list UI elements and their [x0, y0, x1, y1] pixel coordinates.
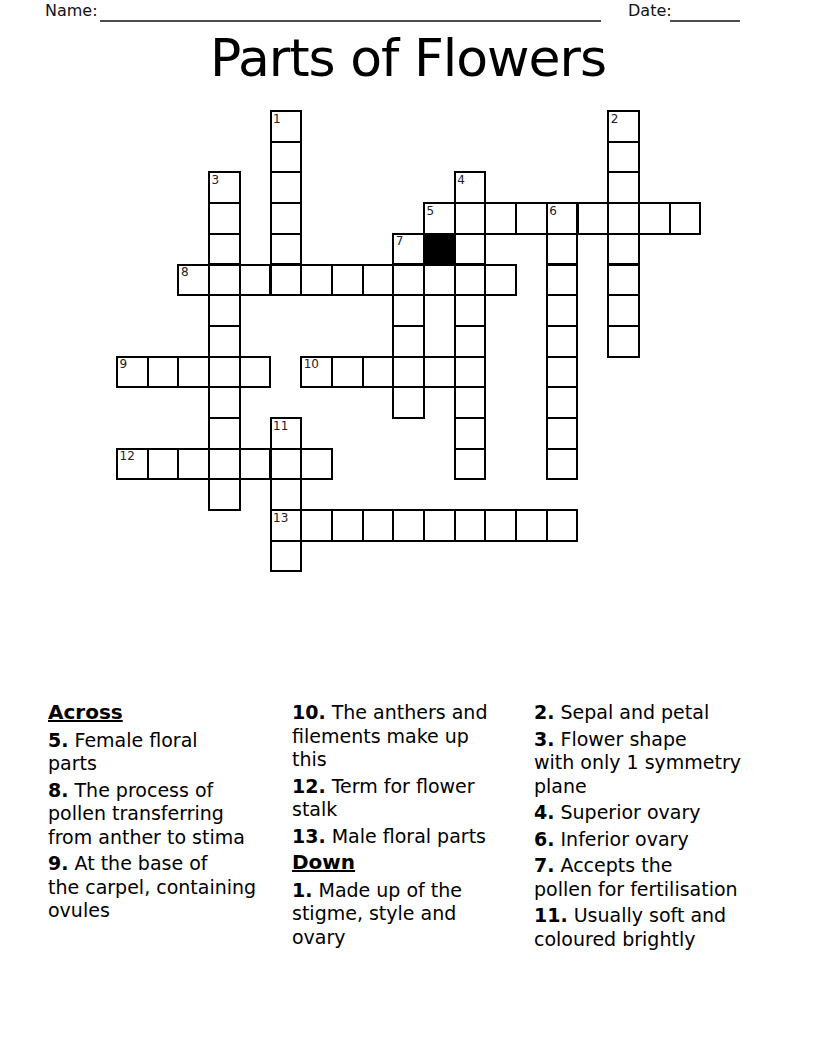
- grid-cell[interactable]: [147, 356, 180, 389]
- grid-cell[interactable]: [423, 264, 456, 297]
- clue-text-line: 6. Inferior ovary: [534, 828, 786, 852]
- date-writein-line[interactable]: [670, 0, 740, 22]
- clue-text-line: the carpel, containing: [48, 876, 300, 900]
- grid-cell[interactable]: [454, 325, 487, 358]
- clue-number-label: 9.: [48, 852, 68, 874]
- grid-cell[interactable]: [300, 356, 333, 389]
- grid-cell[interactable]: [392, 356, 425, 389]
- clue-number-label: 2.: [534, 701, 554, 723]
- grid-cell[interactable]: [270, 110, 303, 143]
- grid-cell[interactable]: [546, 448, 579, 481]
- clue-text-line: 10. The anthers and: [292, 701, 544, 725]
- clue-text-line: ovary: [292, 926, 544, 950]
- grid-cell[interactable]: [423, 509, 456, 542]
- clues-column-left: Across5. Female floralparts8. The proces…: [48, 701, 300, 926]
- grid-cell[interactable]: [577, 202, 610, 235]
- grid-cell[interactable]: [270, 202, 303, 235]
- grid-cell[interactable]: [239, 448, 272, 481]
- grid-cell[interactable]: [454, 171, 487, 204]
- clue-text-line: pollen transferring: [48, 802, 300, 826]
- grid-cell[interactable]: [270, 264, 303, 297]
- clue-number-label: 8.: [48, 779, 68, 801]
- grid-cell[interactable]: [546, 509, 579, 542]
- grid-cell[interactable]: [546, 356, 579, 389]
- grid-cell[interactable]: [208, 448, 241, 481]
- clue-text-line: 1. Made up of the: [292, 879, 544, 903]
- grid-cell[interactable]: [546, 417, 579, 450]
- grid-cell[interactable]: [454, 294, 487, 327]
- grid-cell[interactable]: [331, 509, 364, 542]
- grid-cell[interactable]: [423, 202, 456, 235]
- grid-cell[interactable]: [546, 202, 579, 235]
- clue-9: 9. At the base ofthe carpel, containingo…: [48, 852, 300, 923]
- clue-text-line: parts: [48, 752, 300, 776]
- grid-cell[interactable]: [208, 264, 241, 297]
- clue-5: 5. Female floralparts: [48, 729, 300, 776]
- grid-cell[interactable]: [116, 356, 149, 389]
- clue-3: 3. Flower shapewith only 1 symmetryplane: [534, 728, 786, 799]
- clue-text-line: 5. Female floral: [48, 729, 300, 753]
- grid-cell[interactable]: [392, 264, 425, 297]
- clue-text-line: 13. Male floral parts: [292, 825, 544, 849]
- grid-cell[interactable]: [607, 141, 640, 174]
- clues-column-middle: 10. The anthers andfilements make upthis…: [292, 701, 544, 952]
- grid-cell[interactable]: [208, 386, 241, 419]
- clue-11: 11. Usually soft andcoloured brightly: [534, 904, 786, 951]
- clue-2: 2. Sepal and petal: [534, 701, 786, 725]
- grid-cell[interactable]: [484, 509, 517, 542]
- grid-cell[interactable]: [515, 509, 548, 542]
- grid-cell[interactable]: [607, 171, 640, 204]
- grid-cell[interactable]: [392, 325, 425, 358]
- grid-cell[interactable]: [270, 171, 303, 204]
- grid-cell[interactable]: [546, 386, 579, 419]
- clue-text-line: 3. Flower shape: [534, 728, 786, 752]
- grid-cell[interactable]: [484, 264, 517, 297]
- clue-text-line: 4. Superior ovary: [534, 801, 786, 825]
- clue-text-line: 9. At the base of: [48, 852, 300, 876]
- grid-cell[interactable]: [454, 233, 487, 266]
- grid-cell[interactable]: [239, 356, 272, 389]
- grid-cell[interactable]: [208, 233, 241, 266]
- clue-text-line: 7. Accepts the: [534, 854, 786, 878]
- grid-cell[interactable]: [270, 233, 303, 266]
- grid-cell[interactable]: [392, 509, 425, 542]
- grid-cell[interactable]: [423, 356, 456, 389]
- grid-cell[interactable]: [300, 448, 333, 481]
- clue-number-label: 11.: [534, 904, 568, 926]
- grid-cell[interactable]: [177, 448, 210, 481]
- grid-cell[interactable]: [300, 264, 333, 297]
- grid-cell[interactable]: [454, 509, 487, 542]
- clue-number-label: 13.: [292, 825, 326, 847]
- clue-text-line: coloured brightly: [534, 928, 786, 952]
- grid-cell[interactable]: [454, 448, 487, 481]
- grid-cell[interactable]: [177, 264, 210, 297]
- clue-text-line: 12. Term for flower: [292, 775, 544, 799]
- clue-1: 1. Made up of thestigme, style andovary: [292, 879, 544, 950]
- clue-text-line: this: [292, 748, 544, 772]
- grid-cell[interactable]: [607, 325, 640, 358]
- grid-cell[interactable]: [239, 264, 272, 297]
- grid-cell[interactable]: [208, 294, 241, 327]
- down-heading: Down: [292, 851, 544, 875]
- grid-cell[interactable]: [607, 294, 640, 327]
- grid-cell[interactable]: [546, 264, 579, 297]
- grid-cell[interactable]: [454, 202, 487, 235]
- grid-cell[interactable]: [638, 202, 671, 235]
- worksheet-page: Name: Date: Parts of Flowers 12345678910…: [0, 0, 816, 1056]
- clue-number-label: 12.: [292, 775, 326, 797]
- clue-13: 13. Male floral parts: [292, 825, 544, 849]
- clue-text-line: 8. The process of: [48, 779, 300, 803]
- grid-cell[interactable]: [362, 356, 395, 389]
- clue-text-line: ovules: [48, 899, 300, 923]
- grid-cell[interactable]: [392, 386, 425, 419]
- grid-cell[interactable]: [208, 478, 241, 511]
- clue-text-line: from anther to stima: [48, 826, 300, 850]
- clue-number-label: 10.: [292, 701, 326, 723]
- grid-cell[interactable]: [546, 294, 579, 327]
- grid-cell[interactable]: [177, 356, 210, 389]
- clue-4: 4. Superior ovary: [534, 801, 786, 825]
- grid-cell[interactable]: [331, 356, 364, 389]
- page-title: Parts of Flowers: [0, 28, 816, 88]
- grid-cell[interactable]: [270, 540, 303, 573]
- clue-7: 7. Accepts thepollen for fertilisation: [534, 854, 786, 901]
- grid-cell[interactable]: [270, 141, 303, 174]
- grid-cell[interactable]: [392, 294, 425, 327]
- grid-cell[interactable]: [116, 448, 149, 481]
- grid-cell[interactable]: [208, 325, 241, 358]
- clue-number-label: 6.: [534, 828, 554, 850]
- clue-text-line: stigme, style and: [292, 902, 544, 926]
- blocked-cell: [423, 233, 456, 266]
- grid-cell[interactable]: [454, 356, 487, 389]
- clue-text-line: 11. Usually soft and: [534, 904, 786, 928]
- clue-text-line: pollen for fertilisation: [534, 878, 786, 902]
- clue-text-line: filements make up: [292, 725, 544, 749]
- clue-8: 8. The process ofpollen transferringfrom…: [48, 779, 300, 850]
- grid-cell[interactable]: [484, 202, 517, 235]
- date-label: Date:: [628, 1, 672, 21]
- grid-cell[interactable]: [331, 264, 364, 297]
- grid-cell[interactable]: [454, 417, 487, 450]
- clue-text-line: with only 1 symmetry: [534, 751, 786, 775]
- grid-cell[interactable]: [362, 264, 395, 297]
- clue-text-line: 2. Sepal and petal: [534, 701, 786, 725]
- clue-text-line: stalk: [292, 798, 544, 822]
- grid-cell[interactable]: [607, 264, 640, 297]
- grid-cell[interactable]: [392, 233, 425, 266]
- grid-cell[interactable]: [607, 233, 640, 266]
- clues-column-right: 2. Sepal and petal3. Flower shapewith on…: [534, 701, 786, 954]
- grid-cell[interactable]: [270, 417, 303, 450]
- across-heading: Across: [48, 701, 300, 725]
- clue-number-label: 4.: [534, 801, 554, 823]
- grid-cell[interactable]: [454, 386, 487, 419]
- clue-12: 12. Term for flowerstalk: [292, 775, 544, 822]
- grid-cell[interactable]: [546, 325, 579, 358]
- name-writein-line[interactable]: [100, 0, 601, 22]
- clue-number-label: 5.: [48, 729, 68, 751]
- grid-cell[interactable]: [669, 202, 702, 235]
- grid-cell[interactable]: [208, 171, 241, 204]
- grid-cell[interactable]: [546, 233, 579, 266]
- grid-cell[interactable]: [607, 110, 640, 143]
- name-label: Name:: [45, 1, 98, 21]
- clue-number-label: 3.: [534, 728, 554, 750]
- clue-6: 6. Inferior ovary: [534, 828, 786, 852]
- grid-cell[interactable]: [454, 264, 487, 297]
- grid-cell[interactable]: [362, 509, 395, 542]
- clue-number-label: 7.: [534, 854, 554, 876]
- clue-number-label: 1.: [292, 879, 312, 901]
- grid-cell[interactable]: [515, 202, 548, 235]
- grid-cell[interactable]: [208, 417, 241, 450]
- clue-text-line: plane: [534, 775, 786, 799]
- grid-cell[interactable]: [208, 356, 241, 389]
- grid-cell[interactable]: [270, 478, 303, 511]
- grid-cell[interactable]: [607, 202, 640, 235]
- grid-cell[interactable]: [300, 509, 333, 542]
- grid-cell[interactable]: [147, 448, 180, 481]
- clue-10: 10. The anthers andfilements make upthis: [292, 701, 544, 772]
- grid-cell[interactable]: [208, 202, 241, 235]
- grid-cell[interactable]: [270, 448, 303, 481]
- grid-cell[interactable]: [270, 509, 303, 542]
